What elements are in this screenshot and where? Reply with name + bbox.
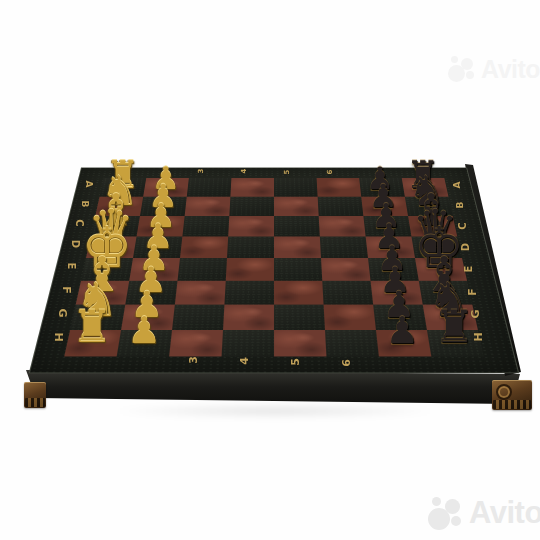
file-label-left-H: H [53,332,64,341]
square-d6[interactable] [320,236,368,258]
rank-label-front-5: 5 [290,358,301,366]
board-leg-right [492,380,532,410]
square-e5[interactable] [274,258,322,281]
square-e4[interactable] [226,258,274,281]
piece-black-pawn-h7[interactable]: ♟ [385,312,418,349]
square-g4[interactable] [223,305,274,330]
avito-watermark-bottom: Avito [428,494,540,532]
avito-logo-icon [428,494,464,532]
square-d3[interactable] [180,236,228,258]
square-a3[interactable] [187,178,232,197]
file-label-left-G: G [57,308,68,317]
square-f3[interactable] [175,281,226,305]
avito-watermark-top: Avito [448,54,540,84]
square-a5[interactable] [274,178,318,197]
square-g5[interactable] [274,305,325,330]
square-g3[interactable] [172,305,224,330]
square-d4[interactable] [227,236,274,258]
square-c4[interactable] [228,216,274,236]
rank-label-back-4: 4 [241,169,248,174]
board-leg-left [24,382,46,408]
square-h5[interactable] [274,330,326,357]
square-e3[interactable] [177,258,227,281]
square-e6[interactable] [321,258,371,281]
avito-watermark-text: Avito [469,495,540,531]
square-a6[interactable] [317,178,362,197]
square-d5[interactable] [274,236,321,258]
square-b4[interactable] [229,197,274,216]
piece-white-rook-h1[interactable]: ♜ [72,304,112,349]
square-f5[interactable] [274,281,324,305]
square-h3[interactable] [169,330,223,357]
file-label-left-A: A [84,181,93,188]
rank-label-front-4: 4 [239,357,250,365]
square-c3[interactable] [182,216,229,236]
product-photo: 34563456ABCDEFGHABCDEFGH ♜♞♝♛♚♝♞♜♟♟♟♟♟♟♟… [0,0,540,540]
square-a4[interactable] [230,178,274,197]
rank-label-back-5: 5 [284,170,291,175]
square-c5[interactable] [274,216,320,236]
avito-watermark-text: Avito [481,55,540,84]
rank-label-front-3: 3 [188,356,199,364]
rank-label-back-6: 6 [327,170,334,175]
square-b6[interactable] [318,197,364,216]
piece-white-pawn-h2[interactable]: ♟ [127,312,160,349]
square-g6[interactable] [324,305,376,330]
square-b5[interactable] [274,197,319,216]
square-h4[interactable] [222,330,274,357]
square-f4[interactable] [224,281,274,305]
square-h6[interactable] [325,330,379,357]
avito-logo-icon [448,54,476,84]
rank-label-back-3: 3 [198,169,205,174]
file-label-left-E: E [66,263,76,270]
file-label-left-D: D [70,240,80,248]
rank-label-front-6: 6 [341,359,352,367]
piece-black-rook-h8[interactable]: ♜ [434,304,474,349]
board-shadow [40,400,510,422]
file-label-right-A: A [453,182,462,189]
square-f6[interactable] [322,281,373,305]
square-b3[interactable] [185,197,231,216]
square-c6[interactable] [319,216,366,236]
file-label-left-F: F [61,286,72,294]
